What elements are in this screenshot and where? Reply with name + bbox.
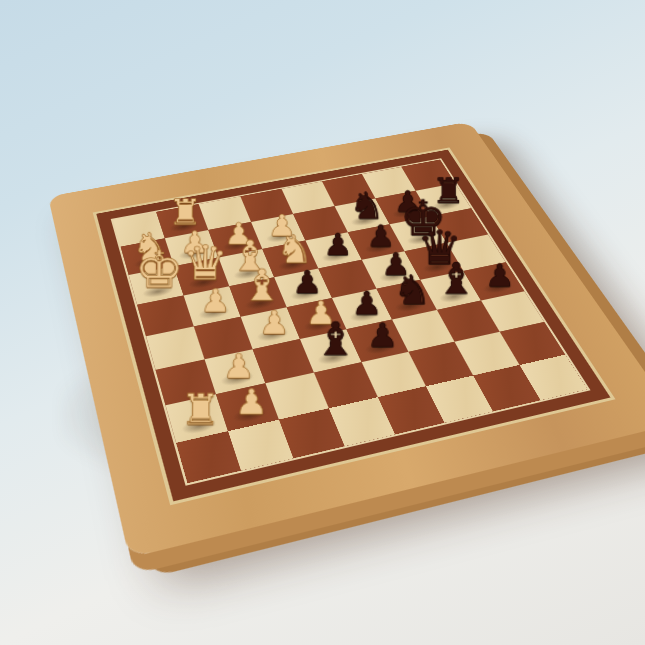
piece-white-rook-a2: ♜ (163, 389, 239, 432)
square-h3 (481, 291, 544, 332)
square-a6: ♚ (129, 266, 184, 305)
board-inlay-walnut-border: ♜♞♟♟♟♞♟♜♚♛♝♞♟♟♚♟♝♟♟♛♟♟♟♞♝♟♟♝♟♜♟ (93, 148, 616, 506)
piece-white-pawn-b3: ♟ (203, 350, 276, 384)
piece-black-bishop-d3: ♝ (300, 317, 371, 363)
piece-white-pawn-c4: ♟ (240, 307, 310, 340)
board-grid: ♜♞♟♟♟♞♟♜♚♛♝♞♟♟♚♟♝♟♟♛♟♟♟♞♝♟♟♝♟♜♟ (111, 158, 591, 485)
square-a1 (176, 431, 241, 483)
photo-scene: ♜♞♟♟♟♞♟♜♚♛♝♞♟♟♚♟♝♟♟♛♟♟♟♞♝♟♟♝♟♜♟ (0, 0, 645, 645)
